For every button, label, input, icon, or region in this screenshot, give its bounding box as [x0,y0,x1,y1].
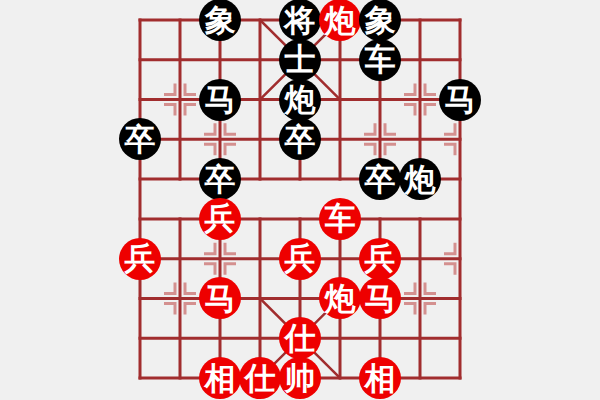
piece-red-cannon[interactable]: 炮 [319,277,361,319]
piece-black-chariot[interactable]: 车 [359,39,401,81]
xiangqi-board: 象将炮象士车马炮马卒卒卒卒炮兵车兵兵兵马炮马仕相仕帅相 [0,0,600,400]
piece-red-advisor[interactable]: 仕 [239,357,281,399]
piece-red-elephant[interactable]: 相 [359,357,401,399]
piece-red-chariot[interactable]: 车 [319,198,361,240]
piece-red-horse[interactable]: 马 [199,277,241,319]
piece-red-elephant[interactable]: 相 [199,357,241,399]
piece-black-general[interactable]: 将 [279,0,321,41]
piece-red-advisor[interactable]: 仕 [279,317,321,359]
piece-black-soldier[interactable]: 卒 [119,118,161,160]
piece-red-soldier[interactable]: 兵 [199,198,241,240]
piece-black-horse[interactable]: 马 [439,79,481,121]
piece-red-king[interactable]: 帅 [279,357,321,399]
piece-red-soldier[interactable]: 兵 [119,238,161,280]
piece-black-soldier[interactable]: 卒 [279,118,321,160]
piece-black-soldier[interactable]: 卒 [199,158,241,200]
piece-black-cannon[interactable]: 炮 [279,79,321,121]
piece-red-horse[interactable]: 马 [359,277,401,319]
piece-red-cannon[interactable]: 炮 [319,0,361,41]
piece-black-elephant[interactable]: 象 [359,0,401,41]
piece-black-horse[interactable]: 马 [199,79,241,121]
piece-black-elephant[interactable]: 象 [199,0,241,41]
piece-black-soldier[interactable]: 卒 [359,158,401,200]
piece-red-soldier[interactable]: 兵 [279,238,321,280]
piece-black-cannon[interactable]: 炮 [399,158,441,200]
piece-black-advisor[interactable]: 士 [279,39,321,81]
piece-red-soldier[interactable]: 兵 [359,238,401,280]
